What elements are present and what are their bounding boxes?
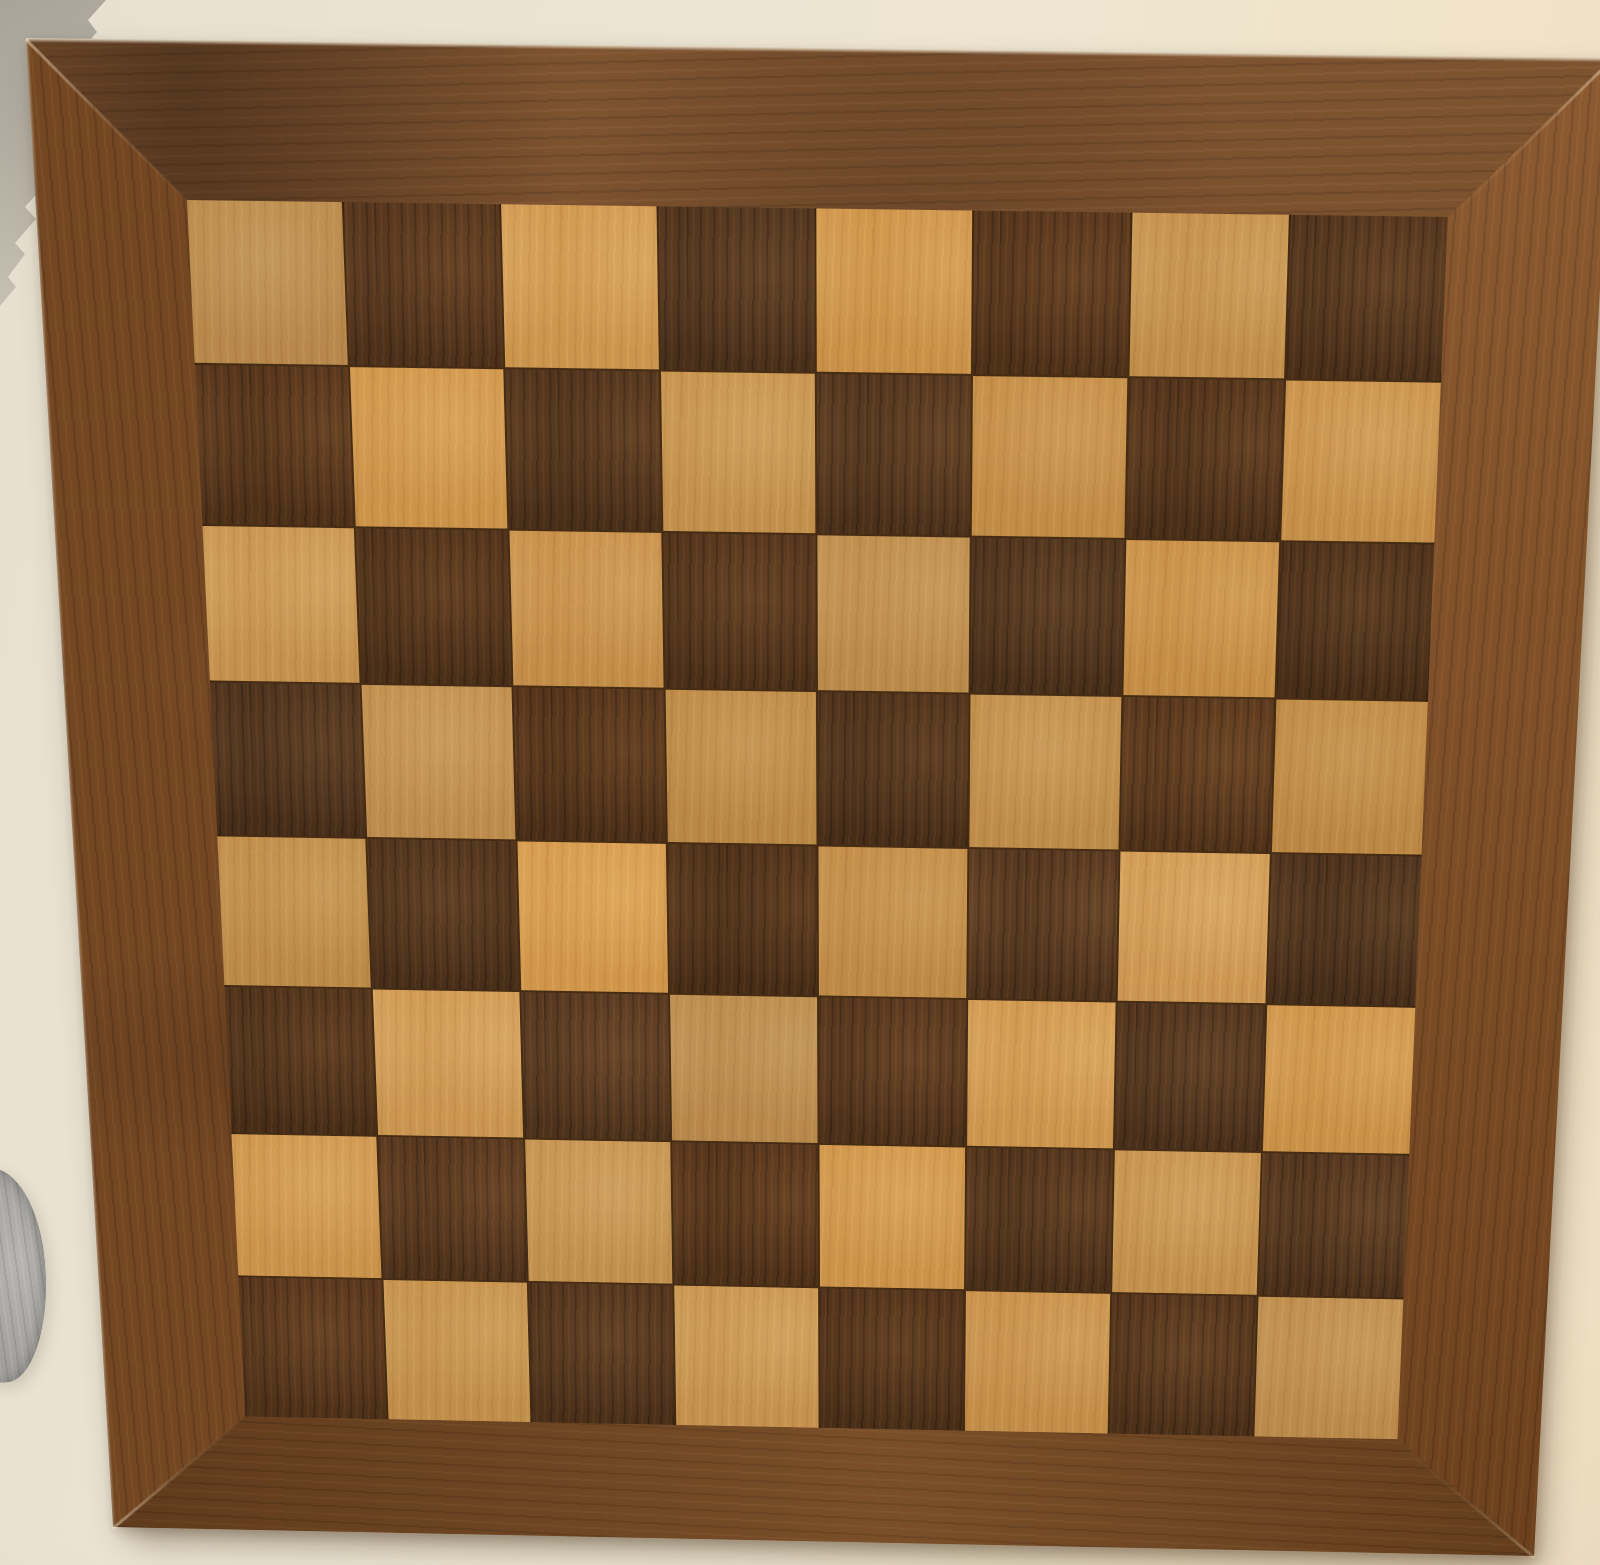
piece-slot [1272,700,1428,855]
piece-slot [666,690,817,845]
square-g4[interactable] [1118,852,1270,1003]
piece-slot [1286,215,1448,381]
square-e7[interactable] [817,374,971,536]
square-b8[interactable] [344,202,503,367]
piece-slot [818,692,969,847]
square-a4[interactable] [217,836,370,987]
square-b3[interactable] [373,989,523,1137]
square-c7[interactable] [505,369,661,530]
square-d6[interactable] [663,532,816,690]
piece-slot [1112,1150,1261,1295]
piece-slot [378,1136,527,1281]
square-e6[interactable] [817,535,969,693]
stone-vase [0,1165,53,1386]
piece-slot [971,537,1125,695]
square-h8[interactable] [1286,215,1448,381]
piece-slot [1126,378,1284,540]
piece-slot [505,369,661,530]
square-f8[interactable] [973,211,1130,376]
square-d2[interactable] [672,1142,818,1287]
square-h5[interactable] [1272,700,1428,855]
square-e5[interactable] [818,692,969,847]
piece-slot [659,206,815,371]
piece-slot [819,1144,965,1289]
square-b2[interactable] [378,1136,527,1281]
piece-slot [517,841,668,992]
square-f6[interactable] [971,537,1125,695]
square-c1[interactable] [529,1283,675,1425]
square-g2[interactable] [1112,1150,1261,1295]
piece-slot [232,1134,382,1279]
piece-slot [817,535,969,693]
piece-slot [672,1142,818,1287]
piece-slot [1123,539,1279,697]
square-d3[interactable] [670,994,818,1142]
square-e4[interactable] [818,846,967,997]
square-a1[interactable] [238,1277,386,1419]
piece-slot [670,994,818,1142]
piece-slot [818,846,967,997]
piece-slot [224,987,376,1135]
square-d1[interactable] [674,1286,818,1428]
piece-slot [529,1283,675,1425]
square-d5[interactable] [666,690,817,845]
piece-slot [1259,1153,1410,1298]
square-a5[interactable] [210,683,365,837]
piece-slot [967,1000,1116,1148]
piece-slot [674,1286,818,1428]
piece-slot [513,688,665,842]
square-f1[interactable] [965,1291,1110,1433]
square-c4[interactable] [517,841,668,992]
piece-slot [1110,1294,1257,1436]
square-b7[interactable] [350,367,507,528]
piece-slot [1277,542,1435,700]
square-h1[interactable] [1254,1297,1403,1439]
square-c8[interactable] [501,204,659,369]
square-h2[interactable] [1259,1153,1410,1298]
square-g8[interactable] [1129,213,1289,378]
square-f4[interactable] [968,849,1118,1000]
piece-slot [972,376,1128,538]
square-g5[interactable] [1121,697,1275,852]
square-f5[interactable] [969,695,1121,850]
piece-slot [1118,852,1270,1003]
piece-slot [1263,1005,1415,1153]
piece-slot [1115,1002,1265,1150]
piece-slot [195,365,354,526]
square-h4[interactable] [1267,854,1421,1006]
piece-slot [968,849,1118,1000]
piece-slot [820,1289,964,1431]
piece-slot [373,989,523,1137]
piece-slot [1267,854,1421,1006]
square-a7[interactable] [195,365,354,526]
piece-slot [202,525,359,683]
piece-slot [509,530,663,688]
square-b4[interactable] [367,839,519,990]
square-g1[interactable] [1110,1294,1257,1436]
piece-slot [187,200,348,365]
square-g7[interactable] [1126,378,1284,540]
photo-scene [0,0,1600,1565]
piece-slot [521,992,670,1140]
square-f2[interactable] [966,1147,1113,1292]
piece-slot [210,683,365,837]
piece-slot [383,1280,530,1422]
piece-slot [1281,380,1441,542]
square-a2[interactable] [232,1134,382,1279]
piece-slot [969,695,1121,850]
square-g3[interactable] [1115,1002,1265,1150]
square-e8[interactable] [816,208,972,373]
piece-slot [973,211,1130,376]
square-c5[interactable] [513,688,665,842]
piece-slot [350,367,507,528]
square-e2[interactable] [819,1144,965,1289]
square-d7[interactable] [661,371,815,532]
piece-slot [819,997,966,1145]
piece-slot [1121,697,1275,852]
square-a3[interactable] [224,987,376,1135]
piece-slot [217,836,370,987]
square-b5[interactable] [362,685,516,839]
chessboard [26,38,1600,1556]
piece-slot [356,528,512,686]
square-f7[interactable] [972,376,1128,538]
square-a8[interactable] [187,200,348,365]
piece-slot [816,208,972,373]
square-a6[interactable] [202,525,359,683]
piece-slot [817,374,971,536]
square-h6[interactable] [1277,542,1435,700]
square-g6[interactable] [1123,539,1279,697]
piece-slot [367,839,519,990]
square-f3[interactable] [967,1000,1116,1148]
piece-slot [362,685,516,839]
piece-slot [238,1277,386,1419]
square-c3[interactable] [521,992,670,1140]
square-h7[interactable] [1281,380,1441,542]
square-e1[interactable] [820,1289,964,1431]
piece-slot [344,202,503,367]
square-h3[interactable] [1263,1005,1415,1153]
square-d4[interactable] [668,844,817,995]
piece-slot [663,532,816,690]
piece-slot [525,1139,672,1284]
square-e3[interactable] [819,997,966,1145]
square-c2[interactable] [525,1139,672,1284]
piece-slot [661,371,815,532]
square-b6[interactable] [356,528,512,686]
piece-slot [966,1147,1113,1292]
piece-slot [668,844,817,995]
piece-slot [1129,213,1289,378]
piece-slot [965,1291,1110,1433]
piece-slot [501,204,659,369]
square-d8[interactable] [659,206,815,371]
board-grid [187,200,1448,1439]
piece-slot [1254,1297,1403,1439]
square-c6[interactable] [509,530,663,688]
square-b1[interactable] [383,1280,530,1422]
